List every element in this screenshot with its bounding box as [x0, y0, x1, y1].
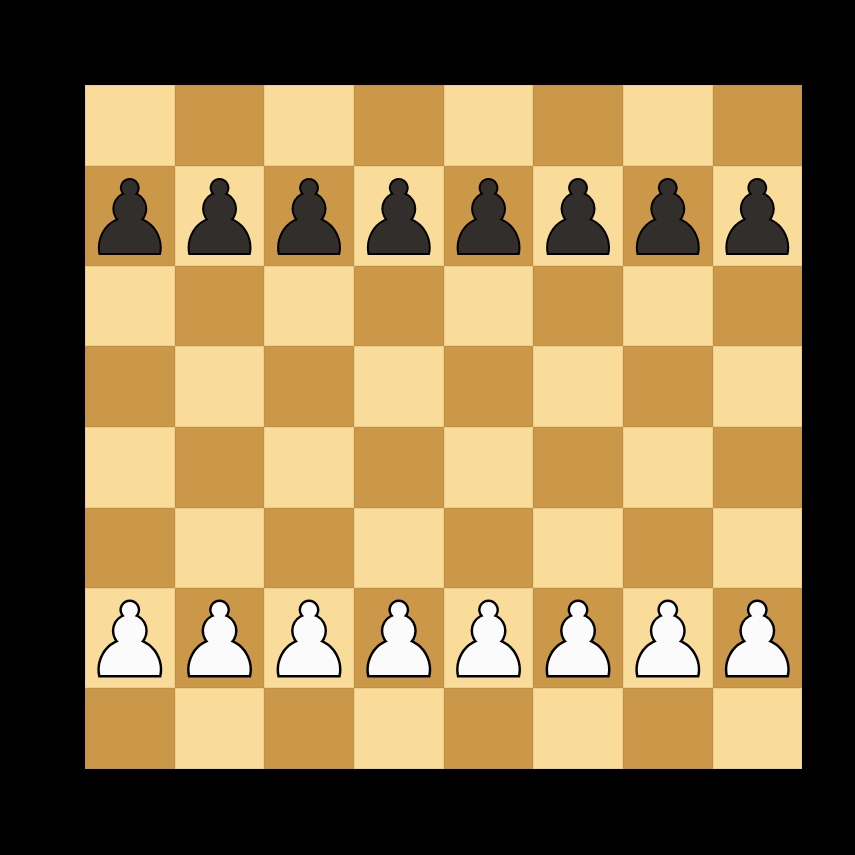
- square-a2[interactable]: ♟: [85, 588, 175, 688]
- square-b2[interactable]: ♟: [175, 588, 265, 688]
- square-e1[interactable]: [444, 688, 534, 769]
- square-h3[interactable]: [713, 508, 803, 589]
- black-pawn[interactable]: ♟: [533, 169, 623, 269]
- square-e7[interactable]: ♟: [444, 166, 534, 266]
- square-c8[interactable]: [264, 85, 354, 166]
- square-c6[interactable]: [264, 266, 354, 347]
- square-e8[interactable]: [444, 85, 534, 166]
- white-pawn[interactable]: ♟: [85, 591, 175, 691]
- square-d2[interactable]: ♟: [354, 588, 444, 688]
- square-c4[interactable]: [264, 427, 354, 508]
- black-pawn[interactable]: ♟: [444, 169, 534, 269]
- square-b8[interactable]: [175, 85, 265, 166]
- square-a4[interactable]: [85, 427, 175, 508]
- square-d8[interactable]: [354, 85, 444, 166]
- square-d1[interactable]: [354, 688, 444, 769]
- square-h2[interactable]: ♟: [713, 588, 803, 688]
- square-g6[interactable]: [623, 266, 713, 347]
- black-pawn[interactable]: ♟: [264, 169, 354, 269]
- square-g4[interactable]: [623, 427, 713, 508]
- square-g1[interactable]: [623, 688, 713, 769]
- square-e5[interactable]: [444, 346, 534, 427]
- square-e4[interactable]: [444, 427, 534, 508]
- square-f6[interactable]: [533, 266, 623, 347]
- square-b3[interactable]: [175, 508, 265, 589]
- square-a8[interactable]: [85, 85, 175, 166]
- square-f4[interactable]: [533, 427, 623, 508]
- white-pawn[interactable]: ♟: [444, 591, 534, 691]
- square-g2[interactable]: ♟: [623, 588, 713, 688]
- square-c5[interactable]: [264, 346, 354, 427]
- white-pawn[interactable]: ♟: [533, 591, 623, 691]
- square-g7[interactable]: ♟: [623, 166, 713, 266]
- stage: ♟♟♟♟♟♟♟♟♟♟♟♟♟♟♟♟: [0, 0, 855, 855]
- square-h7[interactable]: ♟: [713, 166, 803, 266]
- black-pawn[interactable]: ♟: [623, 169, 713, 269]
- white-pawn[interactable]: ♟: [175, 591, 265, 691]
- square-a7[interactable]: ♟: [85, 166, 175, 266]
- square-d5[interactable]: [354, 346, 444, 427]
- square-b5[interactable]: [175, 346, 265, 427]
- white-pawn[interactable]: ♟: [623, 591, 713, 691]
- square-f5[interactable]: [533, 346, 623, 427]
- square-h8[interactable]: [713, 85, 803, 166]
- chess-board: ♟♟♟♟♟♟♟♟♟♟♟♟♟♟♟♟: [85, 85, 769, 769]
- square-h6[interactable]: [713, 266, 803, 347]
- white-pawn[interactable]: ♟: [354, 591, 444, 691]
- square-f2[interactable]: ♟: [533, 588, 623, 688]
- square-b4[interactable]: [175, 427, 265, 508]
- black-pawn[interactable]: ♟: [175, 169, 265, 269]
- square-g5[interactable]: [623, 346, 713, 427]
- square-c1[interactable]: [264, 688, 354, 769]
- square-c2[interactable]: ♟: [264, 588, 354, 688]
- square-f3[interactable]: [533, 508, 623, 589]
- square-a3[interactable]: [85, 508, 175, 589]
- square-d4[interactable]: [354, 427, 444, 508]
- square-h1[interactable]: [713, 688, 803, 769]
- square-e3[interactable]: [444, 508, 534, 589]
- square-g8[interactable]: [623, 85, 713, 166]
- black-pawn[interactable]: ♟: [713, 169, 803, 269]
- white-pawn[interactable]: ♟: [713, 591, 803, 691]
- square-c3[interactable]: [264, 508, 354, 589]
- square-f1[interactable]: [533, 688, 623, 769]
- square-d7[interactable]: ♟: [354, 166, 444, 266]
- square-f7[interactable]: ♟: [533, 166, 623, 266]
- square-g3[interactable]: [623, 508, 713, 589]
- square-a6[interactable]: [85, 266, 175, 347]
- square-a1[interactable]: [85, 688, 175, 769]
- square-f8[interactable]: [533, 85, 623, 166]
- square-b7[interactable]: ♟: [175, 166, 265, 266]
- square-b1[interactable]: [175, 688, 265, 769]
- square-e2[interactable]: ♟: [444, 588, 534, 688]
- square-h4[interactable]: [713, 427, 803, 508]
- square-d3[interactable]: [354, 508, 444, 589]
- square-b6[interactable]: [175, 266, 265, 347]
- black-pawn[interactable]: ♟: [354, 169, 444, 269]
- square-d6[interactable]: [354, 266, 444, 347]
- square-c7[interactable]: ♟: [264, 166, 354, 266]
- square-h5[interactable]: [713, 346, 803, 427]
- white-pawn[interactable]: ♟: [264, 591, 354, 691]
- square-e6[interactable]: [444, 266, 534, 347]
- black-pawn[interactable]: ♟: [85, 169, 175, 269]
- square-a5[interactable]: [85, 346, 175, 427]
